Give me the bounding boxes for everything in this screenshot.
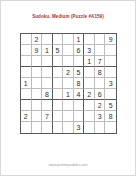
cell-r5c6: 8 bbox=[74, 78, 85, 89]
cell-r9c3 bbox=[42, 122, 53, 133]
cell-r2c8 bbox=[95, 45, 106, 56]
cell-r8c2 bbox=[32, 111, 43, 122]
cell-r4c6: 5 bbox=[74, 67, 85, 78]
cell-r4c8: 8 bbox=[95, 67, 106, 78]
cell-r5c1: 1 bbox=[21, 78, 32, 89]
page-title: Sudoku, Medium (Puzzle #A159) bbox=[1, 14, 135, 19]
cell-r6c3: 8 bbox=[42, 89, 53, 100]
footer-url: www.printmysudoku.com bbox=[1, 163, 135, 167]
cell-r8c1: 2 bbox=[21, 111, 32, 122]
cell-r5c4 bbox=[53, 78, 64, 89]
cell-r9c6: 3 bbox=[74, 122, 85, 133]
cell-r5c5 bbox=[63, 78, 74, 89]
cell-r4c7 bbox=[84, 67, 95, 78]
cell-r5c7 bbox=[84, 78, 95, 89]
cell-r8c9: 8 bbox=[105, 111, 116, 122]
sudoku-page: Sudoku, Medium (Puzzle #A159) 2199156317… bbox=[0, 0, 136, 176]
cell-r9c9 bbox=[105, 122, 116, 133]
cell-r3c4 bbox=[53, 56, 64, 67]
cell-r6c7: 2 bbox=[84, 89, 95, 100]
cell-r3c6 bbox=[74, 56, 85, 67]
cell-r7c6 bbox=[74, 100, 85, 111]
cell-r2c2: 9 bbox=[32, 45, 43, 56]
cell-r1c4 bbox=[53, 34, 64, 45]
cell-r9c1 bbox=[21, 122, 32, 133]
cell-r1c7 bbox=[84, 34, 95, 45]
cell-r6c5: 1 bbox=[63, 89, 74, 100]
cell-r6c4 bbox=[53, 89, 64, 100]
cell-r3c5 bbox=[63, 56, 74, 67]
cell-r7c9: 5 bbox=[105, 100, 116, 111]
cell-r2c7: 3 bbox=[84, 45, 95, 56]
cell-r4c5: 2 bbox=[63, 67, 74, 78]
cell-r1c1 bbox=[21, 34, 32, 45]
cell-r2c6: 6 bbox=[74, 45, 85, 56]
cell-r8c4 bbox=[53, 111, 64, 122]
cell-r1c8 bbox=[95, 34, 106, 45]
cell-r5c3 bbox=[42, 78, 53, 89]
cell-r9c7 bbox=[84, 122, 95, 133]
cell-r6c9 bbox=[105, 89, 116, 100]
cell-r8c7 bbox=[84, 111, 95, 122]
cell-r9c2 bbox=[32, 122, 43, 133]
cell-r7c7 bbox=[84, 100, 95, 111]
cell-r2c4: 5 bbox=[53, 45, 64, 56]
cell-r8c6 bbox=[74, 111, 85, 122]
cell-r1c9: 9 bbox=[105, 34, 116, 45]
cell-r3c2 bbox=[32, 56, 43, 67]
cell-r1c6: 1 bbox=[74, 34, 85, 45]
cell-r1c2: 2 bbox=[32, 34, 43, 45]
cell-r5c9: 3 bbox=[105, 78, 116, 89]
cell-r9c4 bbox=[53, 122, 64, 133]
cell-r8c3: 7 bbox=[42, 111, 53, 122]
cell-r4c3 bbox=[42, 67, 53, 78]
cell-r4c1 bbox=[21, 67, 32, 78]
cell-r7c5 bbox=[63, 100, 74, 111]
cell-r1c3 bbox=[42, 34, 53, 45]
cell-r7c1 bbox=[21, 100, 32, 111]
cell-r8c5 bbox=[63, 111, 74, 122]
cell-r6c1 bbox=[21, 89, 32, 100]
cell-r6c8: 6 bbox=[95, 89, 106, 100]
sudoku-board: 2199156317258183814262527383 bbox=[20, 33, 117, 134]
cell-r7c3 bbox=[42, 100, 53, 111]
cell-r4c4 bbox=[53, 67, 64, 78]
cell-r3c3 bbox=[42, 56, 53, 67]
cell-r2c5 bbox=[63, 45, 74, 56]
cell-r3c7: 1 bbox=[84, 56, 95, 67]
cell-r8c8: 3 bbox=[95, 111, 106, 122]
cell-r3c1 bbox=[21, 56, 32, 67]
cell-r3c9 bbox=[105, 56, 116, 67]
cell-r6c2 bbox=[32, 89, 43, 100]
cell-r7c2 bbox=[32, 100, 43, 111]
cell-r6c6: 4 bbox=[74, 89, 85, 100]
cell-r1c5 bbox=[63, 34, 74, 45]
cell-r9c5 bbox=[63, 122, 74, 133]
cell-r7c4 bbox=[53, 100, 64, 111]
cell-r5c8 bbox=[95, 78, 106, 89]
cell-r4c9 bbox=[105, 67, 116, 78]
cell-r2c9 bbox=[105, 45, 116, 56]
cell-r9c8 bbox=[95, 122, 106, 133]
cell-r7c8: 2 bbox=[95, 100, 106, 111]
cell-r3c8: 7 bbox=[95, 56, 106, 67]
cell-r4c2 bbox=[32, 67, 43, 78]
cell-r2c1 bbox=[21, 45, 32, 56]
cell-r2c3: 1 bbox=[42, 45, 53, 56]
cell-r5c2 bbox=[32, 78, 43, 89]
